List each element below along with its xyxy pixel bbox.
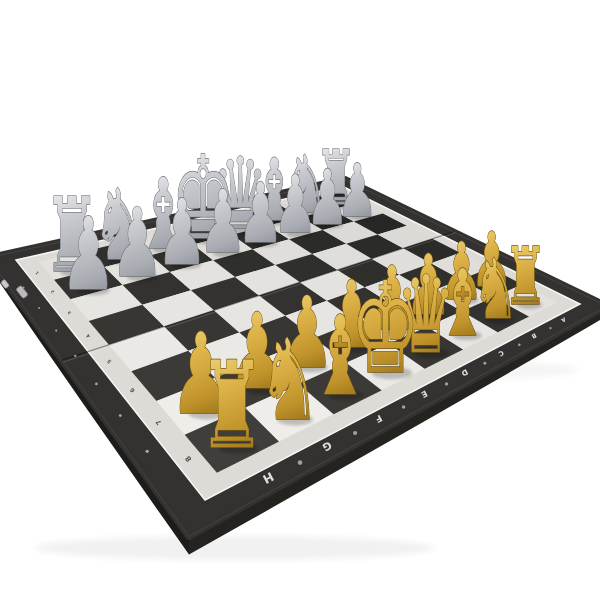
piece-black-gold-knight-g8: ♞ bbox=[258, 314, 320, 445]
piece-white-silver-pawn-g2: ♟ bbox=[111, 187, 164, 299]
piece-white-silver-pawn-h2: ♟ bbox=[61, 195, 117, 313]
product-photo: HGFEDCBA12345678♜♞♟♝♟♛♟♚♟♝♟♞♟♜♟♟♟♟♜♟♞♟♝♟… bbox=[0, 0, 600, 600]
piece-black-gold-rook-h8: ♜ bbox=[199, 335, 266, 476]
piece-white-silver-pawn-f2: ♟ bbox=[157, 179, 207, 285]
chessboard: HGFEDCBA12345678♜♞♟♝♟♛♟♚♟♝♟♞♟♜♟♟♟♟♜♟♞♟♝♟… bbox=[0, 0, 600, 600]
